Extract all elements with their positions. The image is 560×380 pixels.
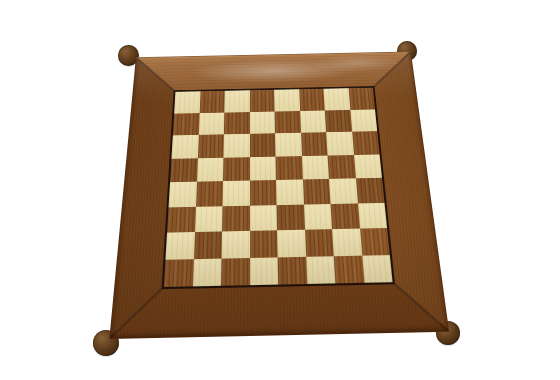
- square-b3[interactable]: [195, 206, 223, 232]
- square-b5[interactable]: [197, 157, 224, 181]
- photo-background: [0, 0, 560, 380]
- square-d2[interactable]: [250, 230, 278, 257]
- square-e8[interactable]: [274, 89, 300, 111]
- playing-area: [161, 86, 394, 289]
- square-c2[interactable]: [222, 231, 250, 258]
- square-b6[interactable]: [197, 134, 223, 158]
- square-f2[interactable]: [305, 229, 334, 256]
- square-e2[interactable]: [277, 230, 306, 257]
- square-f4[interactable]: [302, 179, 330, 204]
- square-f3[interactable]: [304, 204, 333, 230]
- square-d6[interactable]: [249, 133, 275, 156]
- square-h4[interactable]: [355, 178, 384, 203]
- square-d4[interactable]: [250, 180, 277, 205]
- square-g1[interactable]: [334, 255, 364, 283]
- square-c7[interactable]: [224, 112, 250, 135]
- square-h2[interactable]: [360, 228, 390, 255]
- square-a2[interactable]: [165, 232, 194, 259]
- square-e3[interactable]: [277, 204, 305, 230]
- square-b8[interactable]: [199, 91, 225, 113]
- square-e6[interactable]: [275, 133, 301, 156]
- square-e4[interactable]: [276, 179, 304, 204]
- square-d1[interactable]: [250, 257, 279, 285]
- square-g3[interactable]: [330, 203, 359, 229]
- square-c5[interactable]: [223, 157, 249, 181]
- square-h5[interactable]: [354, 154, 382, 178]
- square-g7[interactable]: [325, 110, 352, 133]
- square-a4[interactable]: [169, 182, 197, 207]
- square-h1[interactable]: [362, 255, 393, 283]
- square-a8[interactable]: [174, 91, 200, 113]
- square-a6[interactable]: [171, 135, 198, 159]
- square-d8[interactable]: [249, 90, 274, 112]
- square-h6[interactable]: [352, 131, 380, 154]
- square-f8[interactable]: [299, 89, 325, 111]
- square-c8[interactable]: [224, 90, 249, 112]
- square-b7[interactable]: [198, 112, 224, 135]
- square-a1[interactable]: [164, 259, 194, 287]
- square-f1[interactable]: [306, 256, 336, 284]
- square-a3[interactable]: [167, 206, 196, 232]
- chessboard: [109, 51, 449, 338]
- square-h3[interactable]: [357, 202, 387, 228]
- square-g2[interactable]: [332, 229, 362, 256]
- square-e1[interactable]: [278, 256, 307, 284]
- square-c1[interactable]: [221, 258, 250, 286]
- square-b2[interactable]: [193, 231, 222, 258]
- square-c6[interactable]: [223, 134, 249, 157]
- square-f7[interactable]: [300, 110, 326, 133]
- square-h7[interactable]: [350, 109, 377, 132]
- square-g5[interactable]: [328, 155, 356, 179]
- square-g8[interactable]: [323, 88, 349, 110]
- square-a7[interactable]: [173, 113, 199, 136]
- square-c4[interactable]: [223, 181, 250, 206]
- square-e7[interactable]: [275, 111, 301, 134]
- square-b4[interactable]: [196, 181, 223, 206]
- square-a5[interactable]: [170, 158, 197, 182]
- board-grid: [164, 88, 393, 287]
- square-h8[interactable]: [348, 88, 375, 110]
- square-f5[interactable]: [302, 155, 329, 179]
- square-c3[interactable]: [222, 205, 250, 231]
- square-e5[interactable]: [276, 156, 303, 180]
- square-d3[interactable]: [250, 205, 278, 231]
- square-g6[interactable]: [326, 132, 353, 155]
- square-g4[interactable]: [329, 178, 358, 203]
- square-d5[interactable]: [249, 156, 276, 180]
- square-d7[interactable]: [249, 111, 275, 134]
- square-f6[interactable]: [301, 132, 328, 155]
- square-b1[interactable]: [192, 258, 221, 286]
